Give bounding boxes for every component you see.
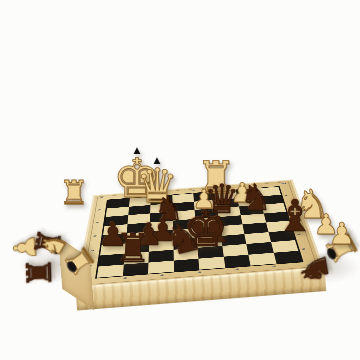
rook-glyph: ♜: [115, 228, 151, 268]
black-spike-finial: ▲: [134, 146, 141, 155]
bishop-glyph: ♝: [275, 194, 314, 238]
rook-glyph: ♜: [59, 176, 89, 209]
piece-dark-rook: ♜: [115, 228, 151, 268]
black-spike-finial: ▲: [154, 156, 161, 165]
rook-glyph: ♜: [21, 257, 56, 289]
piece-dark-knight: ♞: [240, 180, 272, 216]
piece-light-rook: ♜: [59, 176, 89, 209]
piece-dark-knight-fallen: ♞: [295, 250, 336, 288]
pawn-glyph: ♟: [329, 219, 356, 249]
pieces-layer: ♚▲♛▲♜♟♟♜♞♟♟♜♟♞♜♟♜♟♟♞♞♚♝♛♞♝♜♜♞: [0, 0, 360, 360]
piece-dark-rook-fallen: ♜: [21, 257, 56, 289]
chess-set-product-photo: ♚▲♛▲♜♟♟♜♞♟♟♜♟♞♜♟♜♟♟♞♞♚♝♛♞♝♜♜♞: [0, 0, 360, 360]
knight-glyph: ♞: [240, 180, 272, 216]
piece-light-pawn: ♟: [329, 219, 356, 249]
piece-dark-bishop: ♝: [275, 194, 314, 238]
knight-glyph: ♞: [295, 250, 336, 288]
